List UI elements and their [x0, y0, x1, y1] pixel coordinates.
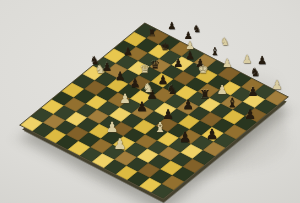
chess-piece-light-knight[interactable]: ♞ [220, 36, 229, 46]
chess-piece-light-knight[interactable]: ♞ [142, 82, 153, 94]
chess-piece-light-pawn[interactable]: ♟ [185, 40, 195, 51]
chess-piece-dark-pawn[interactable]: ♟ [136, 100, 148, 113]
chess-piece-dark-pawn[interactable]: ♟ [179, 130, 192, 145]
chess-piece-dark-knight[interactable]: ♞ [166, 84, 177, 97]
chess-piece-light-pawn[interactable]: ♟ [222, 58, 232, 69]
chess-piece-dark-bishop[interactable]: ♝ [210, 47, 220, 58]
chess-piece-dark-pawn[interactable]: ♟ [182, 98, 194, 111]
chess-piece-dark-pawn[interactable]: ♟ [130, 77, 141, 89]
chess-piece-dark-queen[interactable]: ♛ [150, 60, 160, 71]
chess-piece-light-knight[interactable]: ♞ [95, 64, 105, 76]
chess-piece-dark-pawn[interactable]: ♟ [247, 86, 258, 99]
chess-piece-dark-knight[interactable]: ♞ [250, 67, 261, 79]
chess-piece-dark-pawn[interactable]: ♟ [185, 50, 195, 61]
chess-piece-light-pawn[interactable]: ♟ [106, 120, 119, 134]
chess-piece-light-pawn[interactable]: ♟ [113, 137, 126, 152]
chess-piece-light-king[interactable]: ♚ [198, 64, 208, 76]
chess-piece-dark-rook[interactable]: ♜ [199, 89, 210, 102]
chess-piece-dark-pawn[interactable]: ♟ [244, 108, 256, 122]
chess-photo-scene: ♟♞♜♟♚♝♟♟♟♞♟♟♛♟♞♟♟♟♞♟♟♜♝♟♟♟♟♟♟♞♟♟♟♚♛♞♟♞♟♟… [0, 0, 300, 203]
chess-piece-light-pawn[interactable]: ♟ [119, 93, 131, 106]
chess-piece-dark-pawn[interactable]: ♟ [173, 58, 183, 69]
chess-piece-dark-pawn[interactable]: ♟ [123, 47, 133, 58]
chess-piece-dark-king[interactable]: ♚ [160, 42, 170, 53]
chess-piece-dark-knight[interactable]: ♞ [193, 24, 202, 34]
chess-piece-dark-rook[interactable]: ♜ [147, 28, 156, 38]
chess-piece-dark-pawn[interactable]: ♟ [168, 21, 177, 31]
chess-piece-dark-pawn[interactable]: ♟ [206, 127, 219, 141]
chess-piece-light-pawn[interactable]: ♟ [271, 79, 282, 91]
chess-piece-light-pawn[interactable]: ♟ [216, 84, 227, 97]
chess-piece-light-queen[interactable]: ♛ [140, 64, 150, 76]
chess-piece-dark-pawn[interactable]: ♟ [115, 71, 126, 83]
pieces-layer: ♟♞♜♟♚♝♟♟♟♞♟♟♛♟♞♟♟♟♞♟♟♜♝♟♟♟♟♟♟♞♟♟♟♚♛♞♟♞♟♟… [0, 0, 300, 203]
chess-piece-light-pawn[interactable]: ♟ [242, 54, 252, 65]
chess-piece-dark-bishop[interactable]: ♝ [226, 96, 238, 109]
chess-piece-light-bishop[interactable]: ♝ [154, 120, 167, 134]
